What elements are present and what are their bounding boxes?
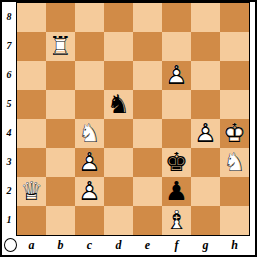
white-bishop-f1[interactable]: ♝♗ bbox=[162, 206, 191, 235]
square-c1[interactable] bbox=[75, 206, 104, 235]
square-g4[interactable]: ♟♙ bbox=[191, 119, 220, 148]
file-label-g: g bbox=[191, 236, 220, 254]
square-h1[interactable] bbox=[220, 206, 249, 235]
square-b6[interactable] bbox=[46, 61, 75, 90]
rank-label-2: 2 bbox=[2, 176, 16, 205]
square-h8[interactable] bbox=[220, 3, 249, 32]
square-c8[interactable] bbox=[75, 3, 104, 32]
piece-outline: ♗ bbox=[162, 206, 191, 235]
bottom-row: abcdefgh bbox=[2, 236, 255, 254]
square-d5[interactable]: ♞ bbox=[104, 90, 133, 119]
square-c3[interactable]: ♟♙ bbox=[75, 148, 104, 177]
piece-outline: ♙ bbox=[162, 61, 191, 90]
rank-label-3: 3 bbox=[2, 147, 16, 176]
square-d4[interactable] bbox=[104, 119, 133, 148]
piece-outline: ♘ bbox=[220, 148, 249, 177]
square-g1[interactable] bbox=[191, 206, 220, 235]
square-g3[interactable] bbox=[191, 148, 220, 177]
rank-label-6: 6 bbox=[2, 60, 16, 89]
square-a1[interactable] bbox=[17, 206, 46, 235]
side-to-move-indicator bbox=[4, 238, 17, 252]
file-label-a: a bbox=[17, 236, 46, 254]
square-h5[interactable] bbox=[220, 90, 249, 119]
square-a6[interactable] bbox=[17, 61, 46, 90]
white-pawn-g4[interactable]: ♟♙ bbox=[191, 119, 220, 148]
square-g5[interactable] bbox=[191, 90, 220, 119]
square-d1[interactable] bbox=[104, 206, 133, 235]
chess-diagram: 87654321 ♜♖♟♙♞♞♘♟♙♚♔♟♙♚♞♘♛♕♟♙♟♝♗ abcdefg… bbox=[0, 0, 257, 257]
board-row: 87654321 ♜♖♟♙♞♞♘♟♙♚♔♟♙♚♞♘♛♕♟♙♟♝♗ bbox=[2, 2, 255, 236]
file-labels: abcdefgh bbox=[17, 236, 249, 254]
square-c2[interactable]: ♟♙ bbox=[75, 177, 104, 206]
black-king-f3[interactable]: ♚ bbox=[162, 148, 191, 177]
piece-outline: ♖ bbox=[46, 32, 75, 61]
file-label-f: f bbox=[162, 236, 191, 254]
piece-outline: ♘ bbox=[75, 119, 104, 148]
square-a7[interactable] bbox=[17, 32, 46, 61]
square-f5[interactable] bbox=[162, 90, 191, 119]
square-d2[interactable] bbox=[104, 177, 133, 206]
square-e3[interactable] bbox=[133, 148, 162, 177]
square-f8[interactable] bbox=[162, 3, 191, 32]
white-knight-h3[interactable]: ♞♘ bbox=[220, 148, 249, 177]
white-pawn-f6[interactable]: ♟♙ bbox=[162, 61, 191, 90]
rank-label-1: 1 bbox=[2, 205, 16, 234]
turn-cell bbox=[2, 236, 17, 254]
square-e6[interactable] bbox=[133, 61, 162, 90]
square-b3[interactable] bbox=[46, 148, 75, 177]
square-e4[interactable] bbox=[133, 119, 162, 148]
piece-outline: ♕ bbox=[17, 177, 46, 206]
square-c5[interactable] bbox=[75, 90, 104, 119]
white-queen-a2[interactable]: ♛♕ bbox=[17, 177, 46, 206]
square-d7[interactable] bbox=[104, 32, 133, 61]
chess-board: ♜♖♟♙♞♞♘♟♙♚♔♟♙♚♞♘♛♕♟♙♟♝♗ bbox=[16, 2, 250, 236]
piece-outline: ♙ bbox=[191, 119, 220, 148]
white-pawn-c3[interactable]: ♟♙ bbox=[75, 148, 104, 177]
square-a2[interactable]: ♛♕ bbox=[17, 177, 46, 206]
square-e7[interactable] bbox=[133, 32, 162, 61]
square-h4[interactable]: ♚♔ bbox=[220, 119, 249, 148]
piece-outline: ♙ bbox=[75, 148, 104, 177]
square-f1[interactable]: ♝♗ bbox=[162, 206, 191, 235]
square-b7[interactable]: ♜♖ bbox=[46, 32, 75, 61]
square-b8[interactable] bbox=[46, 3, 75, 32]
square-a8[interactable] bbox=[17, 3, 46, 32]
square-g2[interactable] bbox=[191, 177, 220, 206]
rank-label-7: 7 bbox=[2, 31, 16, 60]
rank-label-8: 8 bbox=[2, 2, 16, 31]
square-f4[interactable] bbox=[162, 119, 191, 148]
square-a3[interactable] bbox=[17, 148, 46, 177]
rank-label-5: 5 bbox=[2, 89, 16, 118]
piece-outline: ♙ bbox=[75, 177, 104, 206]
square-c6[interactable] bbox=[75, 61, 104, 90]
file-label-c: c bbox=[75, 236, 104, 254]
rank-label-4: 4 bbox=[2, 118, 16, 147]
square-c4[interactable]: ♞♘ bbox=[75, 119, 104, 148]
square-b1[interactable] bbox=[46, 206, 75, 235]
square-d3[interactable] bbox=[104, 148, 133, 177]
file-label-h: h bbox=[220, 236, 249, 254]
square-a5[interactable] bbox=[17, 90, 46, 119]
square-f2[interactable]: ♟ bbox=[162, 177, 191, 206]
square-h7[interactable] bbox=[220, 32, 249, 61]
square-g7[interactable] bbox=[191, 32, 220, 61]
white-king-h4[interactable]: ♚♔ bbox=[220, 119, 249, 148]
white-pawn-c2[interactable]: ♟♙ bbox=[75, 177, 104, 206]
square-d8[interactable] bbox=[104, 3, 133, 32]
black-pawn-f2[interactable]: ♟ bbox=[162, 177, 191, 206]
square-h6[interactable] bbox=[220, 61, 249, 90]
file-label-d: d bbox=[104, 236, 133, 254]
square-g8[interactable] bbox=[191, 3, 220, 32]
white-knight-c4[interactable]: ♞♘ bbox=[75, 119, 104, 148]
square-f3[interactable]: ♚ bbox=[162, 148, 191, 177]
file-label-e: e bbox=[133, 236, 162, 254]
piece-outline: ♔ bbox=[220, 119, 249, 148]
square-d6[interactable] bbox=[104, 61, 133, 90]
rank-labels: 87654321 bbox=[2, 2, 16, 236]
black-knight-d5[interactable]: ♞ bbox=[104, 90, 133, 119]
white-rook-b7[interactable]: ♜♖ bbox=[46, 32, 75, 61]
square-f6[interactable]: ♟♙ bbox=[162, 61, 191, 90]
file-label-b: b bbox=[46, 236, 75, 254]
square-e1[interactable] bbox=[133, 206, 162, 235]
square-c7[interactable] bbox=[75, 32, 104, 61]
square-a4[interactable] bbox=[17, 119, 46, 148]
square-h2[interactable] bbox=[220, 177, 249, 206]
square-h3[interactable]: ♞♘ bbox=[220, 148, 249, 177]
square-f7[interactable] bbox=[162, 32, 191, 61]
square-e8[interactable] bbox=[133, 3, 162, 32]
square-b5[interactable] bbox=[46, 90, 75, 119]
square-b4[interactable] bbox=[46, 119, 75, 148]
square-e5[interactable] bbox=[133, 90, 162, 119]
square-b2[interactable] bbox=[46, 177, 75, 206]
square-e2[interactable] bbox=[133, 177, 162, 206]
square-g6[interactable] bbox=[191, 61, 220, 90]
